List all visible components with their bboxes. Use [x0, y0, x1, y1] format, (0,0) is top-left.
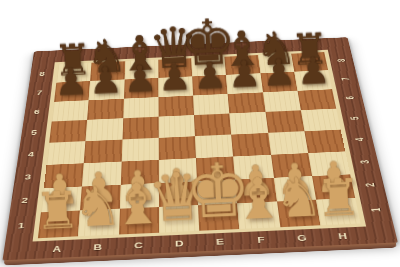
- rank-label-left-1: 1: [17, 222, 25, 231]
- rank-label-left-6: 6: [33, 109, 40, 116]
- rank-label-right-8: 8: [336, 59, 348, 62]
- black-pawn[interactable]: ♟: [88, 61, 123, 100]
- black-pawn[interactable]: ♟: [296, 51, 331, 90]
- square-b4[interactable]: [84, 139, 122, 163]
- rank-label-right-5: 5: [349, 116, 362, 120]
- square-f5[interactable]: [230, 112, 268, 134]
- square-b7[interactable]: ♟: [89, 79, 124, 100]
- rank-label-right-2: 2: [363, 183, 377, 187]
- black-pawn[interactable]: ♟: [53, 62, 88, 101]
- file-label-g: G: [297, 234, 308, 243]
- rank-label-right-7: 7: [340, 77, 352, 81]
- rank-label-left-5: 5: [30, 129, 37, 136]
- square-h6[interactable]: [297, 89, 336, 110]
- square-a6[interactable]: [52, 100, 89, 122]
- black-pawn[interactable]: ♟: [227, 54, 262, 93]
- rank-label-left-8: 8: [39, 71, 45, 77]
- file-label-b: B: [93, 243, 102, 252]
- black-pawn[interactable]: ♟: [123, 59, 158, 98]
- rank-label-right-3: 3: [358, 160, 372, 164]
- square-e6[interactable]: [193, 94, 229, 115]
- square-c5[interactable]: [122, 117, 158, 140]
- square-h7[interactable]: ♟: [294, 70, 332, 90]
- square-e5[interactable]: [194, 114, 231, 136]
- square-g7[interactable]: ♟: [260, 72, 297, 92]
- board-rotation-wrapper: ♜♞♝♛♚♝♞♜♟♟♟♟♟♟♟♟♟♟♟♟♟♟♟♟♜♞♝♛♚♝♞♜ ABCDEFG…: [0, 0, 400, 267]
- square-g1[interactable]: ♞: [277, 200, 321, 227]
- board-grid: ♜♞♝♛♚♝♞♜♟♟♟♟♟♟♟♟♟♟♟♟♟♟♟♟♜♞♝♛♚♝♞♜: [38, 52, 361, 238]
- rank-label-right-4: 4: [353, 137, 366, 141]
- file-label-d: D: [175, 239, 184, 248]
- file-label-h: H: [338, 232, 348, 241]
- black-pawn[interactable]: ♟: [157, 58, 192, 97]
- chess-board: ♜♞♝♛♚♝♞♜♟♟♟♟♟♟♟♟♟♟♟♟♟♟♟♟♜♞♝♛♚♝♞♜ ABCDEFG…: [2, 37, 398, 261]
- square-a4[interactable]: [47, 141, 86, 165]
- rank-label-left-4: 4: [27, 151, 34, 159]
- square-f7[interactable]: ♟: [226, 73, 262, 94]
- file-label-e: E: [216, 237, 225, 246]
- square-a5[interactable]: [49, 120, 87, 143]
- square-b5[interactable]: [86, 118, 123, 141]
- square-h1[interactable]: ♜: [316, 198, 361, 225]
- playing-field: ♜♞♝♛♚♝♞♜♟♟♟♟♟♟♟♟♟♟♟♟♟♟♟♟♜♞♝♛♚♝♞♜: [33, 50, 367, 242]
- square-d6[interactable]: [158, 95, 194, 117]
- rank-label-right-6: 6: [344, 96, 357, 100]
- square-e7[interactable]: ♟: [192, 75, 228, 96]
- black-pawn[interactable]: ♟: [262, 53, 297, 92]
- rank-label-left-7: 7: [36, 89, 42, 96]
- square-a7[interactable]: ♟: [54, 81, 90, 102]
- square-f6[interactable]: [228, 92, 265, 113]
- rank-label-left-2: 2: [21, 197, 28, 205]
- square-c4[interactable]: [121, 138, 158, 162]
- square-g5[interactable]: [265, 110, 304, 132]
- square-c7[interactable]: ♟: [124, 78, 159, 99]
- square-d7[interactable]: ♟: [158, 76, 193, 97]
- rank-label-right-1: 1: [369, 208, 383, 213]
- white-rook[interactable]: ♜: [315, 172, 363, 225]
- file-label-f: F: [257, 235, 265, 244]
- square-b6[interactable]: [87, 98, 123, 120]
- square-d5[interactable]: [158, 115, 195, 138]
- square-h4[interactable]: [304, 130, 345, 153]
- square-g6[interactable]: [263, 91, 301, 112]
- photo-background: ♜♞♝♛♚♝♞♜♟♟♟♟♟♟♟♟♟♟♟♟♟♟♟♟♜♞♝♛♚♝♞♜ ABCDEFG…: [0, 0, 400, 267]
- square-h5[interactable]: [301, 109, 341, 131]
- file-label-a: A: [52, 245, 61, 254]
- square-c6[interactable]: [123, 97, 159, 119]
- black-pawn[interactable]: ♟: [192, 56, 227, 95]
- rank-label-left-3: 3: [24, 173, 31, 181]
- file-label-c: C: [134, 241, 143, 250]
- square-g4[interactable]: [268, 131, 308, 154]
